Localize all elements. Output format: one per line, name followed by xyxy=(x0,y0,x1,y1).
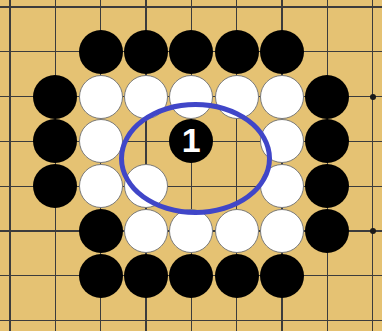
intersection-r1-c0 xyxy=(0,29,33,74)
intersection-r4-c7 xyxy=(305,164,350,209)
white-stone xyxy=(124,164,168,208)
intersection-r4-c5 xyxy=(214,164,259,209)
intersection-r2-c2 xyxy=(78,74,123,119)
white-stone xyxy=(79,164,123,208)
star-point xyxy=(370,228,376,234)
intersection-r7-c0 xyxy=(0,298,33,331)
black-stone xyxy=(169,30,213,74)
intersection-r4-c3 xyxy=(123,164,168,209)
intersection-r6-c4 xyxy=(169,253,214,298)
intersection-r6-c5 xyxy=(214,253,259,298)
intersection-r6-c8 xyxy=(350,253,382,298)
white-stone xyxy=(169,75,213,119)
go-board-diagram: 1 xyxy=(0,0,382,331)
intersection-r3-c2 xyxy=(78,119,123,164)
intersection-r6-c3 xyxy=(123,253,168,298)
intersection-r1-c6 xyxy=(259,29,304,74)
black-stone xyxy=(124,254,168,298)
intersection-r4-c2 xyxy=(78,164,123,209)
star-point xyxy=(370,94,376,100)
intersection-r7-c5 xyxy=(214,298,259,331)
black-stone xyxy=(305,164,349,208)
black-stone xyxy=(260,30,304,74)
intersection-r0-c7 xyxy=(305,0,350,29)
intersection-r4-c4 xyxy=(169,164,214,209)
black-stone xyxy=(79,209,123,253)
intersection-r1-c1 xyxy=(33,29,78,74)
intersection-r4-c1 xyxy=(33,164,78,209)
white-stone xyxy=(169,209,213,253)
intersection-r1-c3 xyxy=(123,29,168,74)
move-number-label: 1 xyxy=(169,119,213,163)
black-stone xyxy=(305,119,349,163)
intersection-r7-c4 xyxy=(169,298,214,331)
intersection-r2-c8 xyxy=(350,74,382,119)
intersection-r0-c0 xyxy=(0,0,33,29)
intersection-r3-c6 xyxy=(259,119,304,164)
intersection-r5-c4 xyxy=(169,209,214,254)
intersection-r1-c4 xyxy=(169,29,214,74)
intersection-r1-c8 xyxy=(350,29,382,74)
intersection-r7-c2 xyxy=(78,298,123,331)
intersection-r3-c0 xyxy=(0,119,33,164)
intersection-r5-c1 xyxy=(33,209,78,254)
intersection-r3-c4: 1 xyxy=(169,119,214,164)
black-stone xyxy=(33,164,77,208)
intersection-r5-c3 xyxy=(123,209,168,254)
white-stone xyxy=(260,75,304,119)
intersection-r1-c2 xyxy=(78,29,123,74)
black-stone xyxy=(169,254,213,298)
black-stone xyxy=(79,30,123,74)
intersection-r4-c0 xyxy=(0,164,33,209)
black-stone xyxy=(215,254,259,298)
intersection-r3-c8 xyxy=(350,119,382,164)
white-stone xyxy=(79,75,123,119)
intersection-r5-c0 xyxy=(0,209,33,254)
intersection-r5-c7 xyxy=(305,209,350,254)
intersection-r0-c1 xyxy=(33,0,78,29)
intersection-r7-c8 xyxy=(350,298,382,331)
white-stone xyxy=(124,75,168,119)
intersection-r5-c8 xyxy=(350,209,382,254)
intersection-r4-c8 xyxy=(350,164,382,209)
intersection-r0-c2 xyxy=(78,0,123,29)
intersection-r0-c6 xyxy=(259,0,304,29)
black-stone xyxy=(260,254,304,298)
intersection-r6-c7 xyxy=(305,253,350,298)
intersection-r0-c3 xyxy=(123,0,168,29)
intersection-r1-c7 xyxy=(305,29,350,74)
intersection-r2-c6 xyxy=(259,74,304,119)
black-stone: 1 xyxy=(169,119,213,163)
white-stone xyxy=(79,119,123,163)
intersection-r7-c7 xyxy=(305,298,350,331)
intersection-r3-c7 xyxy=(305,119,350,164)
intersection-r4-c6 xyxy=(259,164,304,209)
intersection-r2-c4 xyxy=(169,74,214,119)
black-stone xyxy=(305,209,349,253)
white-stone xyxy=(260,209,304,253)
intersection-r2-c5 xyxy=(214,74,259,119)
black-stone xyxy=(33,75,77,119)
intersection-r5-c2 xyxy=(78,209,123,254)
black-stone xyxy=(215,30,259,74)
intersection-r0-c4 xyxy=(169,0,214,29)
intersection-r5-c6 xyxy=(259,209,304,254)
intersection-r5-c5 xyxy=(214,209,259,254)
white-stone xyxy=(260,164,304,208)
intersection-r7-c3 xyxy=(123,298,168,331)
white-stone xyxy=(124,209,168,253)
intersection-r6-c0 xyxy=(0,253,33,298)
white-stone xyxy=(215,75,259,119)
intersection-r6-c1 xyxy=(33,253,78,298)
intersection-r6-c6 xyxy=(259,253,304,298)
intersection-r7-c6 xyxy=(259,298,304,331)
intersection-r2-c3 xyxy=(123,74,168,119)
intersection-r6-c2 xyxy=(78,253,123,298)
intersection-r3-c5 xyxy=(214,119,259,164)
intersection-r2-c7 xyxy=(305,74,350,119)
intersection-r7-c1 xyxy=(33,298,78,331)
intersection-r1-c5 xyxy=(214,29,259,74)
intersection-r3-c3 xyxy=(123,119,168,164)
white-stone xyxy=(260,119,304,163)
intersection-r3-c1 xyxy=(33,119,78,164)
black-stone xyxy=(33,119,77,163)
black-stone xyxy=(79,254,123,298)
black-stone xyxy=(124,30,168,74)
black-stone xyxy=(305,75,349,119)
go-board: 1 xyxy=(0,0,382,331)
white-stone xyxy=(215,209,259,253)
intersection-r0-c5 xyxy=(214,0,259,29)
intersection-r2-c1 xyxy=(33,74,78,119)
intersection-r0-c8 xyxy=(350,0,382,29)
intersection-r2-c0 xyxy=(0,74,33,119)
